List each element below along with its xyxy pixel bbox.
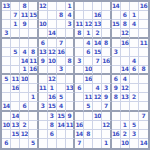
sudoku-cell[interactable] [75, 48, 84, 57]
sudoku-cell[interactable] [130, 139, 139, 148]
sudoku-cell-given[interactable]: 3 [66, 20, 75, 29]
sudoku-cell-given[interactable]: 14 [11, 112, 20, 121]
sudoku-cell-given[interactable]: 4 [130, 57, 139, 66]
sudoku-cell-given[interactable]: 15 [93, 48, 102, 57]
sudoku-cell-given[interactable]: 5 [84, 102, 93, 111]
sudoku-cell-given[interactable]: 10 [48, 57, 57, 66]
sudoku-cell[interactable] [139, 102, 148, 111]
sudoku-cell[interactable] [11, 93, 20, 102]
sudoku-cell[interactable] [66, 139, 75, 148]
sudoku-cell-given[interactable]: 5 [11, 48, 20, 57]
sudoku-cell[interactable] [112, 112, 121, 121]
sudoku-cell-given[interactable]: 6 [2, 139, 11, 148]
sudoku-cell[interactable] [93, 130, 102, 139]
sudoku-cell-given[interactable]: 9 [66, 112, 75, 121]
sudoku-cell[interactable] [39, 130, 48, 139]
sudoku-cell[interactable] [66, 75, 75, 84]
sudoku-cell[interactable] [48, 20, 57, 29]
sudoku-cell-given[interactable]: 10 [39, 20, 48, 29]
sudoku-cell-given[interactable]: 5 [2, 75, 11, 84]
sudoku-cell[interactable] [39, 75, 48, 84]
sudoku-cell[interactable] [102, 48, 111, 57]
sudoku-cell[interactable] [2, 112, 11, 121]
sudoku-cell[interactable] [57, 84, 66, 93]
sudoku-cell[interactable] [20, 139, 29, 148]
sudoku-cell[interactable] [102, 75, 111, 84]
sudoku-cell[interactable] [2, 57, 11, 66]
sudoku-cell[interactable] [57, 75, 66, 84]
sudoku-cell-given[interactable]: 4 [57, 102, 66, 111]
sudoku-cell[interactable] [93, 2, 102, 11]
sudoku-cell[interactable] [139, 48, 148, 57]
sudoku-cell[interactable] [29, 2, 38, 11]
sudoku-cell-given[interactable]: 16 [139, 2, 148, 11]
sudoku-cell-given[interactable]: 12 [48, 48, 57, 57]
sudoku-cell-given[interactable]: 15 [48, 102, 57, 111]
sudoku-cell-given[interactable]: 9 [102, 93, 111, 102]
sudoku-cell-given[interactable]: 11 [139, 39, 148, 48]
sudoku-cell-given[interactable]: 16 [84, 75, 93, 84]
sudoku-cell[interactable] [66, 48, 75, 57]
sudoku-cell-given[interactable]: 10 [2, 121, 11, 130]
sudoku-cell[interactable] [75, 112, 84, 121]
sudoku-cell[interactable] [66, 130, 75, 139]
sudoku-cell-given[interactable]: 1 [29, 93, 38, 102]
sudoku-cell[interactable] [139, 29, 148, 38]
sudoku-cell[interactable] [29, 75, 38, 84]
sudoku-cell[interactable] [29, 102, 38, 111]
sudoku-cell[interactable] [66, 66, 75, 75]
sudoku-cell[interactable] [130, 112, 139, 121]
sudoku-cell[interactable] [2, 130, 11, 139]
sudoku-cell[interactable] [121, 102, 130, 111]
sudoku-cell-given[interactable]: 1 [20, 66, 29, 75]
sudoku-cell[interactable] [112, 39, 121, 48]
sudoku-cell-given[interactable]: 6 [121, 11, 130, 20]
sudoku-cell-given[interactable]: 1 [121, 121, 130, 130]
sudoku-cell[interactable] [29, 121, 38, 130]
sudoku-cell-given[interactable]: 12 [121, 84, 130, 93]
sudoku-cell-given[interactable]: 8 [121, 20, 130, 29]
sudoku-cell-given[interactable]: 10 [121, 139, 130, 148]
sudoku-cell-given[interactable]: 7 [102, 102, 111, 111]
sudoku-cell[interactable] [75, 66, 84, 75]
sudoku-cell-given[interactable]: 10 [20, 75, 29, 84]
sudoku-cell[interactable] [112, 139, 121, 148]
sudoku-cell[interactable] [93, 139, 102, 148]
sudoku-cell-given[interactable]: 16 [102, 57, 111, 66]
sudoku-cell-given[interactable]: 6 [112, 75, 121, 84]
sudoku-cell-given[interactable]: 5 [29, 139, 38, 148]
sudoku-cell[interactable] [130, 48, 139, 57]
sudoku-cell[interactable] [84, 57, 93, 66]
sudoku-cell-given[interactable]: 11 [66, 121, 75, 130]
sudoku-cell-given[interactable]: 8 [139, 66, 148, 75]
sudoku-cell[interactable] [102, 130, 111, 139]
sudoku-cell[interactable] [75, 75, 84, 84]
sudoku-cell-given[interactable]: 14 [75, 130, 84, 139]
sudoku-cell[interactable] [57, 29, 66, 38]
sudoku-cell[interactable] [20, 93, 29, 102]
sudoku-cell-given[interactable]: 6 [48, 130, 57, 139]
sudoku-cell[interactable] [2, 48, 11, 57]
sudoku-cell[interactable] [39, 93, 48, 102]
sudoku-cell[interactable] [2, 20, 11, 29]
sudoku-cell-given[interactable]: 11 [20, 11, 29, 20]
sudoku-cell[interactable] [112, 121, 121, 130]
sudoku-cell-given[interactable]: 2 [130, 93, 139, 102]
sudoku-cell[interactable] [11, 29, 20, 38]
sudoku-cell-given[interactable]: 7 [93, 57, 102, 66]
sudoku-cell-given[interactable]: 6 [84, 48, 93, 57]
sudoku-cell[interactable] [102, 112, 111, 121]
sudoku-cell-given[interactable]: 13 [121, 93, 130, 102]
sudoku-cell[interactable] [139, 93, 148, 102]
sudoku-cell-given[interactable]: 3 [75, 57, 84, 66]
sudoku-cell-given[interactable]: 9 [20, 20, 29, 29]
sudoku-cell[interactable] [130, 102, 139, 111]
sudoku-cell-given[interactable]: 1 [102, 139, 111, 148]
sudoku-cell-given[interactable]: 3 [102, 84, 111, 93]
sudoku-cell[interactable] [139, 57, 148, 66]
sudoku-cell-given[interactable]: 10 [93, 112, 102, 121]
sudoku-cell[interactable] [102, 29, 111, 38]
sudoku-cell[interactable] [93, 102, 102, 111]
sudoku-cell[interactable] [84, 11, 93, 20]
sudoku-cell-given[interactable]: 9 [39, 57, 48, 66]
sudoku-cell-given[interactable]: 14 [112, 2, 121, 11]
sudoku-cell[interactable] [39, 66, 48, 75]
sudoku-cell[interactable] [130, 75, 139, 84]
sudoku-cell[interactable] [2, 11, 11, 20]
sudoku-cell-given[interactable]: 1 [11, 20, 20, 29]
sudoku-cell-given[interactable]: 1 [66, 2, 75, 11]
sudoku-cell-given[interactable]: 14 [48, 29, 57, 38]
sudoku-cell-given[interactable]: 12 [84, 20, 93, 29]
sudoku-cell[interactable] [84, 112, 93, 121]
sudoku-cell[interactable] [2, 93, 11, 102]
sudoku-cell[interactable] [102, 11, 111, 20]
sudoku-cell-given[interactable]: 14 [121, 66, 130, 75]
sudoku-cell-given[interactable]: 14 [20, 57, 29, 66]
sudoku-cell[interactable] [75, 11, 84, 20]
sudoku-cell[interactable] [139, 84, 148, 93]
sudoku-cell-given[interactable]: 3 [130, 130, 139, 139]
sudoku-cell-given[interactable]: 11 [39, 84, 48, 93]
sudoku-cell[interactable] [130, 29, 139, 38]
sudoku-cell[interactable] [93, 75, 102, 84]
sudoku-cell-given[interactable]: 14 [57, 121, 66, 130]
sudoku-cell[interactable] [84, 2, 93, 11]
sudoku-cell[interactable] [93, 66, 102, 75]
sudoku-cell[interactable] [29, 130, 38, 139]
sudoku-cell-given[interactable]: 1 [48, 84, 57, 93]
sudoku-cell[interactable] [57, 57, 66, 66]
sudoku-cell[interactable] [102, 2, 111, 11]
sudoku-cell[interactable] [48, 39, 57, 48]
sudoku-cell-given[interactable]: 7 [11, 11, 20, 20]
sudoku-cell-given[interactable]: 16 [93, 11, 102, 20]
sudoku-cell[interactable] [39, 121, 48, 130]
sudoku-cell-given[interactable]: 10 [84, 66, 93, 75]
sudoku-cell[interactable] [48, 139, 57, 148]
sudoku-cell[interactable] [121, 112, 130, 121]
sudoku-cell[interactable] [20, 29, 29, 38]
sudoku-cell-given[interactable]: 15 [11, 130, 20, 139]
sudoku-cell-given[interactable]: 15 [29, 11, 38, 20]
sudoku-cell-given[interactable]: 8 [102, 39, 111, 48]
sudoku-cell[interactable] [121, 2, 130, 11]
sudoku-cell-given[interactable]: 14 [2, 102, 11, 111]
sudoku-cell-given[interactable]: 7 [139, 112, 148, 121]
sudoku-cell[interactable] [93, 121, 102, 130]
sudoku-cell[interactable] [57, 139, 66, 148]
sudoku-cell-given[interactable]: 12 [121, 29, 130, 38]
sudoku-cell-given[interactable]: 11 [11, 75, 20, 84]
sudoku-cell-given[interactable]: 4 [66, 11, 75, 20]
sudoku-cell[interactable] [121, 57, 130, 66]
sudoku-cell[interactable] [2, 39, 11, 48]
sudoku-cell[interactable] [39, 112, 48, 121]
sudoku-cell[interactable] [11, 139, 20, 148]
sudoku-cell-given[interactable]: 15 [112, 20, 121, 29]
sudoku-cell[interactable] [121, 48, 130, 57]
sudoku-cell[interactable] [11, 57, 20, 66]
sudoku-cell-given[interactable]: 16 [57, 48, 66, 57]
sudoku-cell[interactable] [11, 66, 20, 75]
sudoku-cell[interactable] [102, 66, 111, 75]
sudoku-cell-given[interactable]: 8 [57, 11, 66, 20]
sudoku-cell[interactable] [112, 66, 121, 75]
sudoku-cell[interactable] [57, 2, 66, 11]
sudoku-cell-given[interactable]: 8 [84, 130, 93, 139]
sudoku-cell[interactable] [57, 20, 66, 29]
sudoku-cell[interactable] [29, 112, 38, 121]
sudoku-cell-given[interactable]: 13 [39, 48, 48, 57]
sudoku-cell-given[interactable]: 12 [39, 2, 48, 11]
sudoku-cell[interactable] [57, 130, 66, 139]
sudoku-cell-given[interactable]: 3 [39, 102, 48, 111]
sudoku-cell-given[interactable]: 12 [48, 75, 57, 84]
sudoku-cell[interactable] [20, 112, 29, 121]
sudoku-cell-given[interactable]: 2 [20, 121, 29, 130]
sudoku-cell-given[interactable]: 8 [48, 121, 57, 130]
sudoku-cell-given[interactable]: 2 [121, 130, 130, 139]
sudoku-cell[interactable] [66, 93, 75, 102]
sudoku-cell-given[interactable]: 1 [84, 29, 93, 38]
sudoku-cell[interactable] [139, 130, 148, 139]
sudoku-cell-given[interactable]: 12 [102, 121, 111, 130]
sudoku-cell-given[interactable]: 2 [93, 29, 102, 38]
sudoku-cell[interactable] [39, 29, 48, 38]
sudoku-cell[interactable] [75, 93, 84, 102]
sudoku-cell[interactable] [112, 102, 121, 111]
sudoku-cell[interactable] [112, 29, 121, 38]
sudoku-cell-given[interactable]: 11 [84, 93, 93, 102]
sudoku-cell[interactable] [29, 29, 38, 38]
sudoku-cell[interactable] [29, 20, 38, 29]
sudoku-cell-given[interactable]: 13 [66, 84, 75, 93]
sudoku-cell-given[interactable]: 4 [130, 20, 139, 29]
sudoku-cell[interactable] [11, 2, 20, 11]
sudoku-cell[interactable] [29, 39, 38, 48]
sudoku-cell[interactable] [66, 102, 75, 111]
sudoku-cell-given[interactable]: 12 [93, 93, 102, 102]
sudoku-cell-given[interactable]: 4 [93, 84, 102, 93]
sudoku-cell[interactable] [139, 121, 148, 130]
sudoku-cell-given[interactable]: 14 [93, 39, 102, 48]
sudoku-cell[interactable] [112, 57, 121, 66]
sudoku-cell-given[interactable]: 16 [112, 130, 121, 139]
sudoku-cell[interactable] [75, 102, 84, 111]
sudoku-cell[interactable] [39, 139, 48, 148]
sudoku-cell-given[interactable]: 16 [121, 39, 130, 48]
sudoku-cell-given[interactable]: 16 [75, 121, 84, 130]
sudoku-cell[interactable] [84, 139, 93, 148]
sudoku-cell-given[interactable]: 6 [75, 84, 84, 93]
sudoku-cell-given[interactable]: 4 [121, 75, 130, 84]
sudoku-cell-given[interactable]: 6 [39, 39, 48, 48]
sudoku-cell[interactable] [11, 39, 20, 48]
sudoku-cell[interactable] [11, 102, 20, 111]
sudoku-cell[interactable] [84, 84, 93, 93]
sudoku-cell[interactable] [75, 2, 84, 11]
sudoku-cell-given[interactable]: 6 [20, 102, 29, 111]
sudoku-cell[interactable] [48, 66, 57, 75]
sudoku-cell[interactable] [20, 39, 29, 48]
sudoku-cell-given[interactable]: 4 [84, 39, 93, 48]
sudoku-cell-given[interactable]: 1 [130, 11, 139, 20]
sudoku-cell[interactable] [20, 84, 29, 93]
sudoku-cell[interactable] [139, 20, 148, 29]
sudoku-cell-given[interactable]: 14 [139, 139, 148, 148]
sudoku-cell-given[interactable]: 3 [2, 29, 11, 38]
sudoku-cell-given[interactable]: 13 [2, 2, 11, 11]
sudoku-cell-given[interactable]: 13 [93, 20, 102, 29]
sudoku-cell[interactable] [84, 121, 93, 130]
sudoku-cell[interactable] [39, 11, 48, 20]
sudoku-cell-given[interactable]: 12 [20, 130, 29, 139]
sudoku-cell-given[interactable]: 3 [112, 48, 121, 57]
sudoku-cell[interactable] [139, 11, 148, 20]
sudoku-cell-given[interactable]: 16 [11, 84, 20, 93]
sudoku-board: 1381211416711158416611910311121315843148… [0, 0, 150, 150]
sudoku-cell-given[interactable]: 11 [29, 57, 38, 66]
sudoku-cell-given[interactable]: 3 [57, 66, 66, 75]
sudoku-cell[interactable] [75, 39, 84, 48]
sudoku-cell-given[interactable]: 13 [11, 121, 20, 130]
sudoku-cell-given[interactable]: 15 [57, 112, 66, 121]
sudoku-cell-given[interactable]: 8 [66, 57, 75, 66]
sudoku-cell[interactable] [102, 20, 111, 29]
sudoku-cell-given[interactable]: 8 [75, 29, 84, 38]
sudoku-cell[interactable] [66, 39, 75, 48]
sudoku-cell-given[interactable]: 7 [57, 39, 66, 48]
sudoku-cell-given[interactable]: 5 [57, 93, 66, 102]
sudoku-cell[interactable] [112, 11, 121, 20]
sudoku-cell-given[interactable]: 4 [20, 48, 29, 57]
sudoku-cell-given[interactable]: 9 [112, 84, 121, 93]
sudoku-cell-given[interactable]: 8 [29, 48, 38, 57]
sudoku-cell[interactable] [29, 84, 38, 93]
sudoku-cell[interactable] [130, 84, 139, 93]
sudoku-cell[interactable] [2, 84, 11, 93]
sudoku-cell[interactable] [48, 11, 57, 20]
sudoku-cell[interactable] [48, 2, 57, 11]
sudoku-cell[interactable] [2, 66, 11, 75]
sudoku-cell[interactable] [66, 29, 75, 38]
sudoku-cell[interactable] [130, 2, 139, 11]
sudoku-cell-given[interactable]: 5 [130, 121, 139, 130]
sudoku-cell-given[interactable]: 11 [75, 20, 84, 29]
sudoku-cell-given[interactable]: 6 [130, 66, 139, 75]
sudoku-cell-given[interactable]: 16 [48, 93, 57, 102]
sudoku-cell[interactable] [139, 75, 148, 84]
sudoku-cell-given[interactable]: 8 [20, 2, 29, 11]
sudoku-cell-given[interactable]: 16 [29, 66, 38, 75]
sudoku-cell-given[interactable]: 3 [48, 112, 57, 121]
sudoku-cell[interactable] [130, 39, 139, 48]
sudoku-cell-given[interactable]: 7 [75, 139, 84, 148]
sudoku-cell-given[interactable]: 8 [112, 93, 121, 102]
